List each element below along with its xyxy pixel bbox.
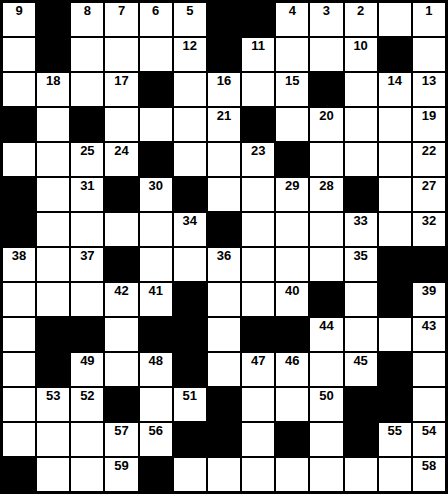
black-cell — [310, 73, 342, 106]
white-cell[interactable] — [345, 318, 377, 351]
white-cell[interactable] — [345, 73, 377, 106]
white-cell[interactable] — [208, 353, 240, 386]
white-cell[interactable] — [71, 458, 103, 491]
white-cell[interactable] — [105, 38, 137, 71]
black-cell — [310, 283, 342, 316]
white-cell[interactable] — [379, 3, 411, 36]
white-cell[interactable]: 54 — [413, 423, 445, 456]
white-cell[interactable] — [140, 38, 172, 71]
white-cell[interactable] — [242, 423, 274, 456]
white-cell[interactable]: 49 — [71, 353, 103, 386]
white-cell[interactable]: 33 — [345, 213, 377, 246]
white-cell[interactable] — [310, 248, 342, 281]
white-cell[interactable]: 56 — [140, 423, 172, 456]
black-cell — [3, 108, 35, 141]
white-cell[interactable] — [71, 73, 103, 106]
white-cell[interactable] — [3, 73, 35, 106]
white-cell[interactable] — [208, 178, 240, 211]
white-cell[interactable] — [140, 248, 172, 281]
white-cell[interactable] — [37, 423, 69, 456]
black-cell — [379, 388, 411, 421]
white-cell[interactable]: 6 — [140, 3, 172, 36]
clue-number: 57 — [105, 424, 137, 437]
white-cell[interactable]: 48 — [140, 353, 172, 386]
white-cell[interactable] — [310, 458, 342, 491]
clue-number: 59 — [105, 459, 137, 472]
clue-number: 31 — [71, 179, 103, 192]
white-cell[interactable] — [105, 318, 137, 351]
white-cell[interactable]: 7 — [105, 3, 137, 36]
white-cell[interactable]: 35 — [345, 248, 377, 281]
white-cell[interactable] — [379, 143, 411, 176]
black-cell — [208, 3, 240, 36]
white-cell[interactable]: 47 — [242, 353, 274, 386]
white-cell[interactable]: 45 — [345, 353, 377, 386]
black-cell — [71, 318, 103, 351]
white-cell[interactable] — [3, 318, 35, 351]
black-cell — [242, 318, 274, 351]
clue-number: 11 — [242, 39, 274, 52]
clue-number: 54 — [413, 424, 445, 437]
white-cell[interactable]: 29 — [276, 178, 308, 211]
white-cell[interactable] — [310, 423, 342, 456]
white-cell[interactable] — [37, 213, 69, 246]
white-cell[interactable] — [174, 248, 206, 281]
clue-number: 1 — [413, 4, 445, 17]
clue-number: 42 — [105, 284, 137, 297]
white-cell[interactable]: 50 — [310, 388, 342, 421]
black-cell — [208, 38, 240, 71]
white-cell[interactable] — [379, 108, 411, 141]
black-cell — [3, 178, 35, 211]
white-cell[interactable] — [276, 458, 308, 491]
clue-number: 24 — [105, 144, 137, 157]
clue-number: 29 — [276, 179, 308, 192]
black-cell — [174, 178, 206, 211]
white-cell[interactable] — [37, 248, 69, 281]
white-cell[interactable]: 30 — [140, 178, 172, 211]
clue-number: 2 — [345, 4, 377, 17]
clue-number: 47 — [242, 354, 274, 367]
clue-number: 19 — [413, 109, 445, 122]
white-cell[interactable]: 24 — [105, 143, 137, 176]
white-cell[interactable]: 16 — [208, 73, 240, 106]
clue-number: 23 — [242, 144, 274, 157]
white-cell[interactable] — [379, 458, 411, 491]
black-cell — [3, 458, 35, 491]
clue-number: 51 — [174, 389, 206, 402]
crossword-grid: 9876543211211101817161514132120192524232… — [0, 0, 448, 494]
white-cell[interactable] — [413, 388, 445, 421]
clue-number: 14 — [379, 74, 411, 87]
white-cell[interactable] — [37, 143, 69, 176]
black-cell — [208, 213, 240, 246]
white-cell[interactable] — [310, 143, 342, 176]
white-cell[interactable] — [174, 73, 206, 106]
black-cell — [379, 283, 411, 316]
white-cell[interactable] — [105, 353, 137, 386]
white-cell[interactable]: 20 — [310, 108, 342, 141]
black-cell — [37, 3, 69, 36]
clue-number: 13 — [413, 74, 445, 87]
white-cell[interactable]: 43 — [413, 318, 445, 351]
white-cell[interactable]: 9 — [3, 3, 35, 36]
clue-number: 37 — [71, 249, 103, 262]
white-cell[interactable] — [208, 143, 240, 176]
clue-number: 46 — [276, 354, 308, 367]
white-cell[interactable] — [140, 213, 172, 246]
white-cell[interactable]: 38 — [3, 248, 35, 281]
black-cell — [140, 143, 172, 176]
clue-number: 12 — [174, 39, 206, 52]
clue-number: 35 — [345, 249, 377, 262]
white-cell[interactable] — [276, 213, 308, 246]
white-cell[interactable] — [105, 108, 137, 141]
white-cell[interactable]: 28 — [310, 178, 342, 211]
black-cell — [105, 388, 137, 421]
black-cell — [105, 178, 137, 211]
white-cell[interactable]: 46 — [276, 353, 308, 386]
white-cell[interactable]: 42 — [105, 283, 137, 316]
white-cell[interactable]: 57 — [105, 423, 137, 456]
white-cell[interactable] — [242, 213, 274, 246]
black-cell — [345, 388, 377, 421]
black-cell — [174, 318, 206, 351]
clue-number: 56 — [140, 424, 172, 437]
clue-number: 21 — [208, 109, 240, 122]
white-cell[interactable] — [71, 423, 103, 456]
clue-number: 49 — [71, 354, 103, 367]
white-cell[interactable]: 12 — [174, 38, 206, 71]
white-cell[interactable] — [310, 38, 342, 71]
white-cell[interactable]: 31 — [71, 178, 103, 211]
clue-number: 30 — [140, 179, 172, 192]
white-cell[interactable] — [3, 353, 35, 386]
white-cell[interactable] — [242, 388, 274, 421]
black-cell — [345, 178, 377, 211]
white-cell[interactable] — [242, 248, 274, 281]
black-cell — [37, 353, 69, 386]
clue-number: 33 — [345, 214, 377, 227]
white-cell[interactable] — [276, 248, 308, 281]
clue-number: 16 — [208, 74, 240, 87]
white-cell[interactable] — [276, 388, 308, 421]
white-cell[interactable]: 2 — [345, 3, 377, 36]
clue-number: 10 — [345, 39, 377, 52]
white-cell[interactable]: 52 — [71, 388, 103, 421]
clue-number: 15 — [276, 74, 308, 87]
black-cell — [37, 318, 69, 351]
black-cell — [379, 38, 411, 71]
white-cell[interactable]: 27 — [413, 178, 445, 211]
clue-number: 7 — [105, 4, 137, 17]
white-cell[interactable] — [71, 283, 103, 316]
clue-number: 45 — [345, 354, 377, 367]
white-cell[interactable]: 51 — [174, 388, 206, 421]
white-cell[interactable] — [310, 353, 342, 386]
clue-number: 48 — [140, 354, 172, 367]
white-cell[interactable]: 17 — [105, 73, 137, 106]
white-cell[interactable]: 39 — [413, 283, 445, 316]
black-cell — [276, 143, 308, 176]
clue-number: 3 — [310, 4, 342, 17]
white-cell[interactable]: 5 — [174, 3, 206, 36]
white-cell[interactable]: 4 — [276, 3, 308, 36]
clue-number: 5 — [174, 4, 206, 17]
black-cell — [242, 3, 274, 36]
white-cell[interactable] — [208, 318, 240, 351]
clue-number: 6 — [140, 4, 172, 17]
white-cell[interactable] — [345, 108, 377, 141]
clue-number: 32 — [413, 214, 445, 227]
black-cell — [379, 248, 411, 281]
clue-number: 4 — [276, 4, 308, 17]
white-cell[interactable]: 34 — [174, 213, 206, 246]
clue-number: 40 — [276, 284, 308, 297]
white-cell[interactable] — [276, 38, 308, 71]
white-cell[interactable] — [140, 388, 172, 421]
white-cell[interactable]: 10 — [345, 38, 377, 71]
white-cell[interactable] — [345, 143, 377, 176]
black-cell — [140, 73, 172, 106]
black-cell — [208, 388, 240, 421]
clue-number: 38 — [3, 249, 35, 262]
white-cell[interactable]: 18 — [37, 73, 69, 106]
clue-number: 44 — [310, 319, 342, 332]
white-cell[interactable]: 13 — [413, 73, 445, 106]
black-cell — [140, 318, 172, 351]
white-cell[interactable]: 21 — [208, 108, 240, 141]
white-cell[interactable]: 37 — [71, 248, 103, 281]
black-cell — [37, 38, 69, 71]
white-cell[interactable] — [3, 38, 35, 71]
white-cell[interactable] — [3, 388, 35, 421]
clue-number: 20 — [310, 109, 342, 122]
white-cell[interactable]: 11 — [242, 38, 274, 71]
clue-number: 25 — [71, 144, 103, 157]
white-cell[interactable]: 1 — [413, 3, 445, 36]
clue-number: 52 — [71, 389, 103, 402]
white-cell[interactable] — [71, 213, 103, 246]
clue-number: 27 — [413, 179, 445, 192]
white-cell[interactable] — [208, 283, 240, 316]
black-cell — [379, 353, 411, 386]
white-cell[interactable] — [345, 458, 377, 491]
white-cell[interactable]: 41 — [140, 283, 172, 316]
white-cell[interactable] — [242, 458, 274, 491]
white-cell[interactable] — [379, 213, 411, 246]
white-cell[interactable] — [37, 108, 69, 141]
black-cell — [276, 423, 308, 456]
white-cell[interactable]: 36 — [208, 248, 240, 281]
white-cell[interactable] — [3, 143, 35, 176]
white-cell[interactable] — [37, 458, 69, 491]
black-cell — [174, 353, 206, 386]
white-cell[interactable]: 14 — [379, 73, 411, 106]
white-cell[interactable]: 8 — [71, 3, 103, 36]
clue-number: 39 — [413, 284, 445, 297]
white-cell[interactable] — [413, 38, 445, 71]
white-cell[interactable]: 40 — [276, 283, 308, 316]
white-cell[interactable]: 55 — [379, 423, 411, 456]
white-cell[interactable] — [105, 213, 137, 246]
white-cell[interactable]: 44 — [310, 318, 342, 351]
black-cell — [3, 213, 35, 246]
white-cell[interactable] — [71, 38, 103, 71]
black-cell — [140, 458, 172, 491]
black-cell — [208, 423, 240, 456]
white-cell[interactable] — [413, 353, 445, 386]
white-cell[interactable]: 15 — [276, 73, 308, 106]
white-cell[interactable] — [208, 458, 240, 491]
white-cell[interactable]: 59 — [105, 458, 137, 491]
white-cell[interactable]: 19 — [413, 108, 445, 141]
white-cell[interactable] — [140, 108, 172, 141]
white-cell[interactable] — [174, 108, 206, 141]
white-cell[interactable]: 53 — [37, 388, 69, 421]
clue-number: 50 — [310, 389, 342, 402]
clue-number: 58 — [413, 459, 445, 472]
white-cell[interactable] — [379, 178, 411, 211]
clue-number: 8 — [71, 4, 103, 17]
white-cell[interactable]: 22 — [413, 143, 445, 176]
clue-number: 53 — [37, 389, 69, 402]
clue-number: 43 — [413, 319, 445, 332]
clue-number: 18 — [37, 74, 69, 87]
black-cell — [413, 248, 445, 281]
white-cell[interactable]: 25 — [71, 143, 103, 176]
white-cell[interactable] — [37, 178, 69, 211]
clue-number: 28 — [310, 179, 342, 192]
white-cell[interactable] — [276, 108, 308, 141]
black-cell — [71, 108, 103, 141]
white-cell[interactable] — [3, 423, 35, 456]
black-cell — [276, 318, 308, 351]
clue-number: 55 — [379, 424, 411, 437]
clue-number: 9 — [3, 4, 35, 17]
black-cell — [174, 423, 206, 456]
black-cell — [174, 283, 206, 316]
black-cell — [242, 108, 274, 141]
white-cell[interactable] — [310, 213, 342, 246]
clue-number: 36 — [208, 249, 240, 262]
white-cell[interactable] — [242, 283, 274, 316]
white-cell[interactable] — [242, 73, 274, 106]
white-cell[interactable] — [379, 318, 411, 351]
clue-number: 41 — [140, 284, 172, 297]
clue-number: 17 — [105, 74, 137, 87]
white-cell[interactable] — [242, 178, 274, 211]
black-cell — [345, 423, 377, 456]
white-cell[interactable]: 58 — [413, 458, 445, 491]
clue-number: 22 — [413, 144, 445, 157]
white-cell[interactable]: 23 — [242, 143, 274, 176]
white-cell[interactable] — [3, 283, 35, 316]
white-cell[interactable] — [174, 143, 206, 176]
white-cell[interactable] — [345, 283, 377, 316]
white-cell[interactable] — [37, 283, 69, 316]
white-cell[interactable]: 32 — [413, 213, 445, 246]
white-cell[interactable] — [174, 458, 206, 491]
clue-number: 34 — [174, 214, 206, 227]
black-cell — [105, 248, 137, 281]
white-cell[interactable]: 3 — [310, 3, 342, 36]
